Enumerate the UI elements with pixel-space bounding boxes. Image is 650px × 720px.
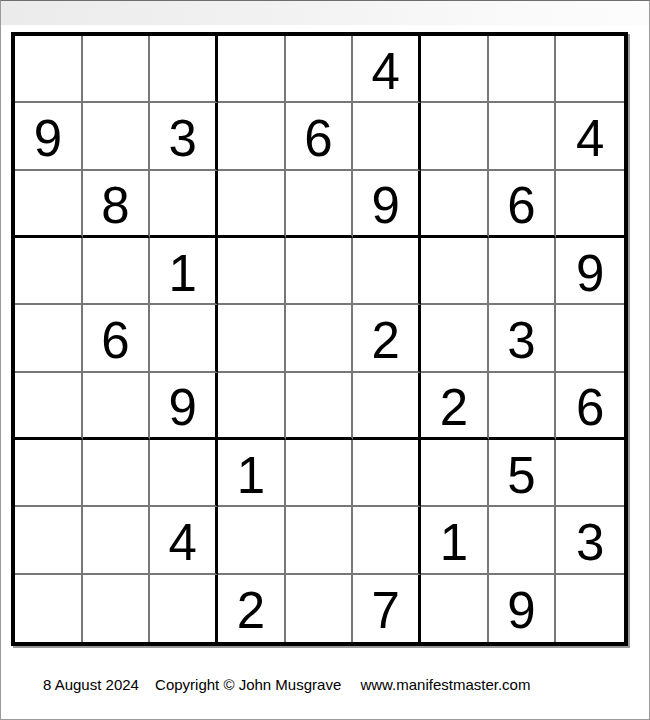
sudoku-cell-r3c1 [15, 171, 83, 238]
sudoku-cell-r3c4 [218, 171, 286, 238]
sudoku-cell-r9c9 [556, 575, 624, 642]
sudoku-cell-r4c3: 1 [150, 238, 218, 305]
sudoku-cell-r8c4 [218, 507, 286, 574]
sudoku-cell-r6c2 [83, 373, 151, 440]
sudoku-cell-r2c2 [83, 103, 151, 170]
sudoku-cell-r9c5 [286, 575, 354, 642]
sudoku-cell-r4c8 [489, 238, 557, 305]
footer: 8 August 2024 Copyright © John Musgrave … [43, 676, 530, 693]
footer-date: 8 August 2024 [43, 676, 139, 693]
sudoku-cell-r6c3: 9 [150, 373, 218, 440]
sudoku-cell-r1c7 [421, 36, 489, 103]
sudoku-cell-r7c5 [286, 440, 354, 507]
sudoku-cell-r1c1 [15, 36, 83, 103]
sudoku-cell-r1c5 [286, 36, 354, 103]
sudoku-cell-r7c1 [15, 440, 83, 507]
sudoku-cell-r7c2 [83, 440, 151, 507]
sudoku-cell-r2c8 [489, 103, 557, 170]
sudoku-cell-r3c2: 8 [83, 171, 151, 238]
sudoku-cell-r4c9: 9 [556, 238, 624, 305]
sudoku-cell-r3c3 [150, 171, 218, 238]
sudoku-cell-r2c3: 3 [150, 103, 218, 170]
sudoku-cell-r6c1 [15, 373, 83, 440]
sudoku-cell-r6c4 [218, 373, 286, 440]
sudoku-cell-r4c5 [286, 238, 354, 305]
sudoku-cell-r5c4 [218, 305, 286, 372]
sudoku-cell-r8c9: 3 [556, 507, 624, 574]
sudoku-cell-r8c6 [353, 507, 421, 574]
sudoku-cell-r1c4 [218, 36, 286, 103]
footer-copyright: Copyright © John Musgrave [155, 676, 341, 693]
sudoku-cell-r9c1 [15, 575, 83, 642]
sudoku-cell-r9c8: 9 [489, 575, 557, 642]
sudoku-cell-r6c6 [353, 373, 421, 440]
sudoku-cell-r7c8: 5 [489, 440, 557, 507]
sudoku-cell-r5c9 [556, 305, 624, 372]
sudoku-cell-r8c8 [489, 507, 557, 574]
sudoku-cell-r4c1 [15, 238, 83, 305]
sudoku-board: 493648961962392615413279 [11, 32, 628, 646]
sudoku-cell-r5c6: 2 [353, 305, 421, 372]
sudoku-cell-r8c3: 4 [150, 507, 218, 574]
sudoku-cell-r1c2 [83, 36, 151, 103]
sudoku-cell-r9c4: 2 [218, 575, 286, 642]
sudoku-cell-r4c2 [83, 238, 151, 305]
sudoku-cell-r4c4 [218, 238, 286, 305]
sudoku-cell-r3c6: 9 [353, 171, 421, 238]
sudoku-cell-r6c7: 2 [421, 373, 489, 440]
footer-website: www.manifestmaster.com [360, 676, 530, 693]
sudoku-cell-r9c6: 7 [353, 575, 421, 642]
sudoku-cell-r2c7 [421, 103, 489, 170]
sudoku-cell-r7c3 [150, 440, 218, 507]
sudoku-cell-r4c7 [421, 238, 489, 305]
sudoku-cell-r2c6 [353, 103, 421, 170]
sudoku-cell-r4c6 [353, 238, 421, 305]
sudoku-cell-r9c2 [83, 575, 151, 642]
sudoku-cell-r2c9: 4 [556, 103, 624, 170]
sudoku-cell-r8c7: 1 [421, 507, 489, 574]
sudoku-cell-r6c9: 6 [556, 373, 624, 440]
page-header-strip [1, 1, 649, 26]
sudoku-cell-r3c5 [286, 171, 354, 238]
sudoku-cell-r7c9 [556, 440, 624, 507]
sudoku-cell-r6c8 [489, 373, 557, 440]
sudoku-cell-r6c5 [286, 373, 354, 440]
sudoku-cell-r8c2 [83, 507, 151, 574]
sudoku-cell-r2c4 [218, 103, 286, 170]
sudoku-cell-r5c1 [15, 305, 83, 372]
sudoku-cell-r1c3 [150, 36, 218, 103]
sudoku-cell-r1c8 [489, 36, 557, 103]
sudoku-cell-r3c9 [556, 171, 624, 238]
sudoku-cell-r7c4: 1 [218, 440, 286, 507]
sudoku-cell-r5c5 [286, 305, 354, 372]
sudoku-cell-r3c8: 6 [489, 171, 557, 238]
sudoku-cell-r5c2: 6 [83, 305, 151, 372]
sudoku-cell-r9c3 [150, 575, 218, 642]
sudoku-cell-r1c6: 4 [353, 36, 421, 103]
sudoku-cell-r8c5 [286, 507, 354, 574]
sudoku-cell-r2c1: 9 [15, 103, 83, 170]
sudoku-cell-r1c9 [556, 36, 624, 103]
sudoku-cell-r2c5: 6 [286, 103, 354, 170]
sudoku-cell-r3c7 [421, 171, 489, 238]
sudoku-cell-r5c7 [421, 305, 489, 372]
sudoku-cell-r5c8: 3 [489, 305, 557, 372]
sudoku-cell-r9c7 [421, 575, 489, 642]
sudoku-cell-r5c3 [150, 305, 218, 372]
sudoku-cell-r7c6 [353, 440, 421, 507]
sudoku-cell-r7c7 [421, 440, 489, 507]
page: 493648961962392615413279 8 August 2024 C… [0, 0, 650, 720]
sudoku-cell-r8c1 [15, 507, 83, 574]
